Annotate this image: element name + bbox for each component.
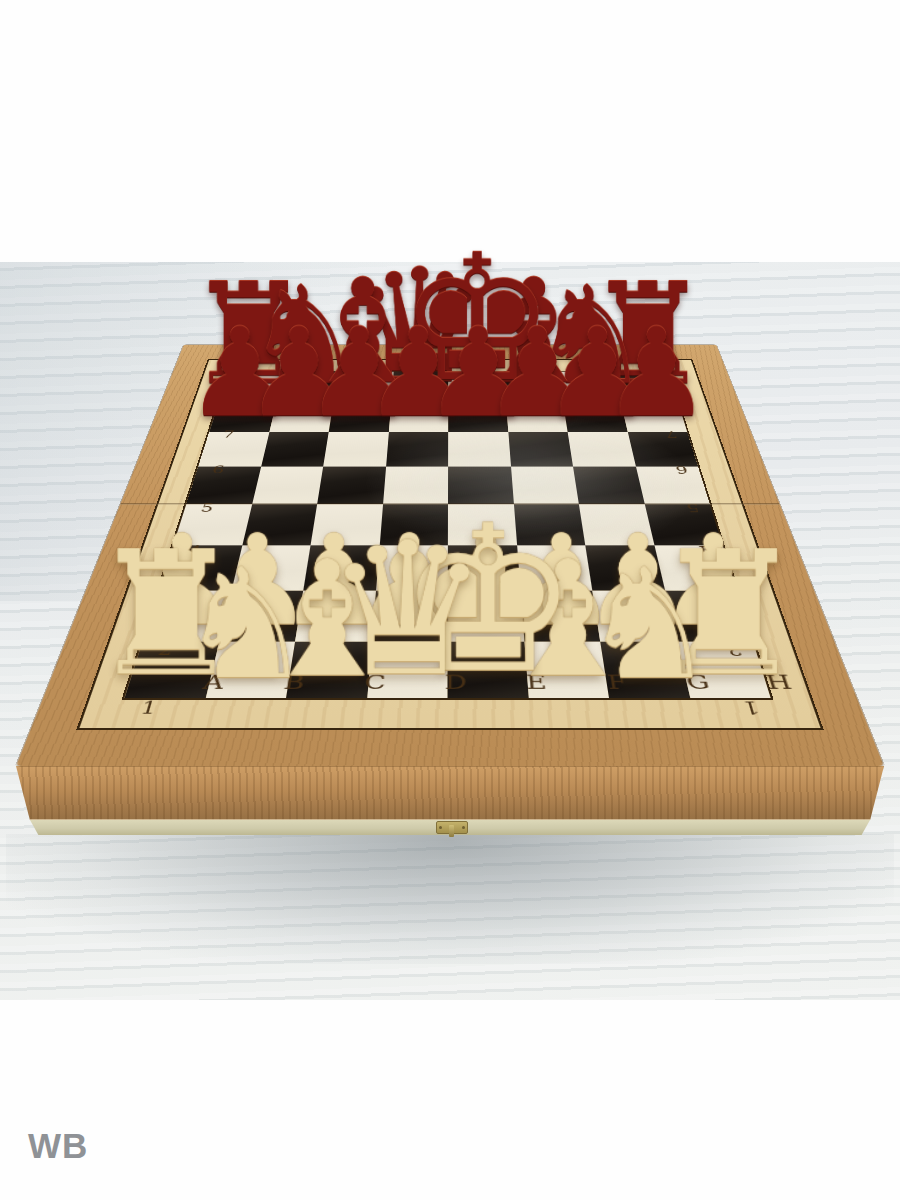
board-front-edge: [16, 766, 884, 820]
square-f1: ♝: [524, 641, 609, 698]
file-label-b: B: [282, 672, 306, 692]
white-knight: ♞: [580, 554, 717, 694]
square-g4: [579, 504, 654, 545]
brass-clasp-icon: [436, 821, 468, 834]
square-c4: [311, 504, 383, 545]
square-g8: ♞: [558, 372, 620, 401]
rank-label-right-2: 2: [725, 642, 744, 658]
square-g2: ♟: [592, 591, 676, 642]
square-f5: [511, 466, 579, 504]
square-e5: [448, 466, 513, 504]
square-g1: ♞: [600, 641, 690, 698]
rank-label-right-1: 1: [741, 699, 761, 717]
file-label-h: H: [763, 672, 794, 692]
square-f4: [513, 504, 585, 545]
square-c8: ♝: [334, 372, 394, 401]
square-e2: ♟: [448, 591, 524, 642]
square-f6: [508, 432, 573, 466]
square-b7: ♟: [269, 401, 334, 432]
square-c5: [317, 466, 385, 504]
square-b8: ♞: [277, 372, 339, 401]
square-c2: ♟: [295, 591, 375, 642]
square-d8: ♛: [391, 372, 448, 401]
square-d6: [386, 432, 449, 466]
rank-label-right-6: 6: [674, 464, 689, 474]
square-e3: [448, 545, 520, 591]
clasp-screw-icon: [462, 826, 465, 829]
rank-label-left-2: 2: [156, 642, 175, 658]
square-d1: ♛: [367, 641, 448, 698]
square-e7: ♟: [448, 401, 508, 432]
square-e8: ♚: [448, 372, 505, 401]
square-d7: ♟: [388, 401, 448, 432]
square-d4: [379, 504, 448, 545]
file-label-c: C: [364, 672, 387, 692]
square-e4: [448, 504, 517, 545]
board-cast-shadow: [6, 834, 894, 964]
file-label-a: A: [201, 672, 226, 692]
square-c6: [323, 432, 388, 466]
rank-label-right-7: 7: [665, 430, 679, 440]
square-c1: ♝: [286, 641, 371, 698]
square-g5: [573, 466, 644, 504]
clasp-screw-icon: [439, 826, 442, 829]
file-label-d: D: [445, 672, 468, 692]
square-b1: ♞: [205, 641, 295, 698]
square-f7: ♟: [506, 401, 568, 432]
square-b4: [242, 504, 317, 545]
file-label-f: F: [606, 672, 629, 692]
file-label-e: E: [525, 672, 547, 692]
file-label-g: G: [684, 672, 711, 692]
square-f3: [517, 545, 593, 591]
square-b6: [261, 432, 329, 466]
square-b3: [231, 545, 311, 591]
square-d5: [383, 466, 448, 504]
square-g7: ♟: [563, 401, 628, 432]
square-d2: ♟: [371, 591, 447, 642]
square-e1: ♚: [448, 641, 529, 698]
square-f2: ♟: [520, 591, 600, 642]
square-c3: [303, 545, 379, 591]
square-f8: ♝: [503, 372, 562, 401]
square-b5: [252, 466, 323, 504]
square-g3: [585, 545, 664, 591]
rank-label-left-8: 8: [231, 398, 244, 407]
coordinate-border: ♜♞♝♛♚♝♞♜♟♟♟♟♟♟♟♟♟♟♟♟♟♟♟♟♜♞♝♛♚♝♞♜ ABCDEFG…: [76, 359, 824, 730]
square-b2: ♟: [219, 591, 303, 642]
square-e6: [448, 432, 510, 466]
watermark: WB: [28, 1126, 88, 1166]
square-g6: [568, 432, 636, 466]
square-d3: [376, 545, 448, 591]
rank-label-left-1: 1: [139, 699, 159, 717]
rank-label-right-8: 8: [655, 398, 668, 407]
square-c7: ♟: [329, 401, 391, 432]
